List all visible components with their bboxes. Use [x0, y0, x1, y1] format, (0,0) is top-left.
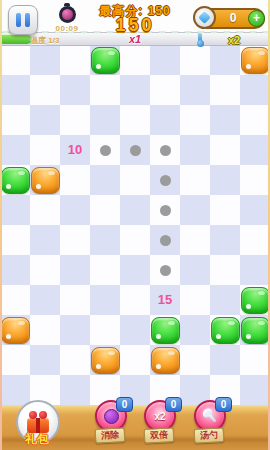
board-cell[interactable] — [60, 255, 90, 285]
board-cell[interactable] — [90, 45, 120, 75]
board-cell[interactable] — [30, 165, 60, 195]
board-cell[interactable] — [180, 75, 210, 105]
board-cell[interactable] — [150, 135, 180, 165]
board-cell[interactable] — [240, 195, 270, 225]
powerup-double-button[interactable]: x2 0 双倍 — [135, 397, 183, 450]
top-bar: 00:09 最高分: 150 150 0 + — [0, 0, 270, 31]
board-cell[interactable] — [240, 105, 270, 135]
powerup-spoon-button[interactable]: 0 汤勺 — [185, 397, 233, 450]
bottom-bar: 礼包 0 消除 x2 0 双倍 0 汤勺 — [0, 397, 270, 450]
green-jelly[interactable] — [1, 167, 30, 194]
board-cell[interactable] — [0, 75, 30, 105]
board-cell[interactable] — [150, 75, 180, 105]
frame-edge-left — [0, 0, 2, 450]
board: 1015 — [0, 45, 270, 405]
board-cell[interactable] — [30, 345, 60, 375]
board-cell[interactable] — [60, 45, 90, 75]
board-cell[interactable] — [180, 165, 210, 195]
floating-score: 10 — [60, 135, 90, 165]
board-cell[interactable] — [150, 105, 180, 135]
board-cell[interactable] — [90, 135, 120, 165]
path-dot — [160, 205, 171, 216]
double-count-badge: 0 — [165, 397, 182, 412]
board-cell[interactable] — [120, 165, 150, 195]
board-cell[interactable] — [0, 255, 30, 285]
board-cell[interactable] — [150, 225, 180, 255]
board-cell[interactable] — [210, 315, 240, 345]
orange-jelly[interactable] — [31, 167, 60, 194]
green-jelly[interactable] — [241, 317, 270, 344]
board-cell[interactable] — [30, 225, 60, 255]
board-cell[interactable] — [90, 225, 120, 255]
board-cell[interactable] — [0, 45, 30, 75]
board-cell[interactable] — [60, 105, 90, 135]
board-cell[interactable] — [90, 285, 120, 315]
board-cell[interactable] — [180, 195, 210, 225]
board-cell[interactable] — [60, 315, 90, 345]
board-cell[interactable] — [90, 105, 120, 135]
board-cell[interactable] — [150, 45, 180, 75]
spoon-count-badge: 0 — [215, 397, 232, 412]
board-cell[interactable] — [210, 135, 240, 165]
board-cell[interactable] — [90, 255, 120, 285]
board-cell[interactable] — [240, 75, 270, 105]
board-cell[interactable] — [120, 285, 150, 315]
board-cell[interactable] — [0, 285, 30, 315]
gift-pack-button[interactable]: 礼包 — [13, 398, 61, 448]
green-jelly[interactable] — [151, 317, 180, 344]
path-dot — [130, 145, 141, 156]
orange-jelly[interactable] — [91, 347, 120, 374]
board-cell[interactable] — [210, 105, 240, 135]
board-cell[interactable] — [150, 345, 180, 375]
orange-jelly[interactable] — [151, 347, 180, 374]
orange-jelly[interactable] — [1, 317, 30, 344]
board-cell[interactable] — [210, 75, 240, 105]
path-dot — [160, 235, 171, 246]
board-cell[interactable] — [180, 225, 210, 255]
board-cell[interactable] — [210, 45, 240, 75]
board-cell[interactable] — [210, 345, 240, 375]
game-screen: 1015 00:09 最高分: 150 150 0 + 温度 1/3 x1 — [0, 0, 270, 450]
board-cell[interactable] — [120, 225, 150, 255]
board-cell[interactable] — [0, 225, 30, 255]
board-cell[interactable] — [0, 315, 30, 345]
board-cell[interactable] — [210, 195, 240, 225]
board-cell[interactable] — [240, 225, 270, 255]
board-cell[interactable] — [240, 45, 270, 75]
green-jelly[interactable] — [241, 287, 270, 314]
board-cell[interactable] — [0, 195, 30, 225]
double-x2-icon: x2 — [154, 411, 165, 422]
board-cell[interactable] — [90, 345, 120, 375]
board-cell[interactable] — [240, 255, 270, 285]
board-cell[interactable] — [120, 45, 150, 75]
board-cell[interactable] — [120, 195, 150, 225]
board-cell[interactable] — [180, 285, 210, 315]
board-cell[interactable] — [180, 345, 210, 375]
board-cell[interactable] — [120, 75, 150, 105]
board-cell[interactable] — [30, 45, 60, 75]
board-cell[interactable] — [60, 285, 90, 315]
board-cell[interactable] — [60, 165, 90, 195]
board-cell[interactable] — [180, 315, 210, 345]
board-cell[interactable] — [120, 345, 150, 375]
board-cell[interactable] — [30, 315, 60, 345]
board-cell[interactable] — [90, 315, 120, 345]
path-dot — [160, 145, 171, 156]
board-cell[interactable] — [240, 345, 270, 375]
path-dot — [100, 145, 111, 156]
orange-jelly[interactable] — [241, 47, 270, 74]
board-cell[interactable] — [240, 135, 270, 165]
gem-counter: 0 + — [195, 8, 265, 29]
board-cell[interactable] — [0, 105, 30, 135]
green-jelly[interactable] — [211, 317, 240, 344]
board-cell[interactable] — [30, 195, 60, 225]
board-cell[interactable] — [120, 255, 150, 285]
board-cell[interactable] — [120, 315, 150, 345]
eliminate-label: 消除 — [95, 427, 126, 444]
path-dot — [160, 265, 171, 276]
board-cell[interactable] — [60, 345, 90, 375]
board-cell[interactable] — [0, 165, 30, 195]
board-cell[interactable] — [30, 255, 60, 285]
gift-label: 礼包 — [13, 431, 61, 448]
green-jelly[interactable] — [91, 47, 120, 74]
board-cell[interactable] — [150, 165, 180, 195]
board-cell[interactable] — [210, 225, 240, 255]
board-cell[interactable] — [30, 105, 60, 135]
gem-count: 0 — [219, 10, 247, 27]
path-dot — [160, 175, 171, 186]
board-cell[interactable] — [60, 75, 90, 105]
board-cell[interactable] — [60, 225, 90, 255]
floating-score: 15 — [150, 285, 180, 315]
board-cell[interactable] — [120, 135, 150, 165]
board-cell[interactable] — [180, 135, 210, 165]
add-gems-button[interactable]: + — [248, 10, 265, 27]
board-cell[interactable] — [0, 135, 30, 165]
powerup-eliminate-button[interactable]: 0 消除 — [86, 397, 134, 450]
double-label: 双倍 — [144, 427, 175, 444]
board-cell[interactable] — [120, 105, 150, 135]
board-cell[interactable] — [60, 195, 90, 225]
board-cell[interactable] — [180, 105, 210, 135]
frame-edge-right — [268, 0, 270, 450]
board-cell[interactable] — [150, 255, 180, 285]
board-cell[interactable] — [150, 195, 180, 225]
spoon-label: 汤勺 — [194, 427, 225, 444]
board-cell[interactable] — [30, 75, 60, 105]
board-cell[interactable] — [240, 285, 270, 315]
board-cell[interactable] — [150, 315, 180, 345]
board-cell[interactable] — [30, 285, 60, 315]
board-cell[interactable] — [240, 315, 270, 345]
board-cell[interactable] — [180, 255, 210, 285]
board-cell[interactable] — [210, 165, 240, 195]
board-cell[interactable] — [90, 75, 120, 105]
board-cell[interactable] — [30, 135, 60, 165]
board-cell[interactable] — [180, 45, 210, 75]
board-cell[interactable] — [90, 165, 120, 195]
eliminate-count-badge: 0 — [116, 397, 133, 412]
board-cell[interactable] — [240, 165, 270, 195]
board-cell[interactable] — [90, 195, 120, 225]
board-cell[interactable] — [0, 345, 30, 375]
gem-icon — [193, 6, 216, 29]
board-cell[interactable] — [210, 285, 240, 315]
board-cell[interactable] — [210, 255, 240, 285]
